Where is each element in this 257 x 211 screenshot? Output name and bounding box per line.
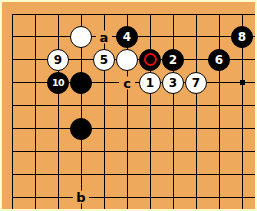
stone-number: 7 [192, 77, 200, 89]
stone-black-8: 8 [231, 26, 253, 48]
stone-black-6: 6 [208, 49, 230, 71]
stone-number: 9 [54, 54, 62, 66]
stone-number: 4 [123, 31, 131, 43]
stone-white-3: 3 [162, 72, 184, 94]
stone-number: 5 [100, 54, 108, 66]
stone-black-c4r6 [70, 118, 92, 140]
stone-number: 1 [146, 77, 154, 89]
stones-layer: 48952610137acb [0, 0, 257, 211]
stone-number: 3 [169, 77, 177, 89]
stone-white-9: 9 [47, 49, 69, 71]
stone-black-2: 2 [162, 49, 184, 71]
stone-white-1: 1 [139, 72, 161, 94]
stone-black-c4r4 [70, 72, 92, 94]
stone-number: 6 [215, 54, 223, 66]
point-label-c: c [119, 76, 135, 89]
stone-black-4: 4 [116, 26, 138, 48]
stone-black-circled [139, 49, 161, 71]
stone-black-10: 10 [47, 72, 69, 94]
stone-number: 8 [238, 31, 246, 43]
point-label-a: a [96, 30, 112, 43]
stone-white-7: 7 [185, 72, 207, 94]
stone-number: 2 [169, 54, 177, 66]
stone-white-c6r3 [116, 49, 138, 71]
go-board-diagram: 48952610137acb [0, 0, 257, 211]
stone-number: 10 [52, 78, 64, 88]
circle-marker [144, 53, 157, 66]
point-label-b: b [73, 191, 89, 204]
stone-white-5: 5 [93, 49, 115, 71]
stone-white-c4r2 [70, 26, 92, 48]
